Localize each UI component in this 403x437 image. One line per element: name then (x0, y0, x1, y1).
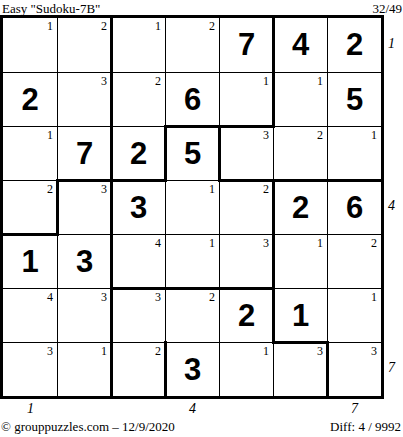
region-border-segment (272, 17, 275, 74)
region-border-segment (272, 287, 275, 344)
cell-r6c4[interactable]: 2 (165, 288, 219, 342)
region-border-segment (164, 287, 221, 290)
cell-r2c5[interactable]: 1 (219, 72, 273, 126)
cell-r1c7[interactable]: 2 (327, 18, 381, 72)
given-digit: 1 (3, 235, 57, 289)
cell-r5c7[interactable]: 2 (327, 234, 381, 288)
cell-r2c7[interactable]: 5 (327, 72, 381, 126)
given-digit: 4 (274, 18, 327, 72)
region-border-segment (218, 179, 275, 182)
candidate-count: 3 (101, 182, 107, 197)
cell-r7c3[interactable]: 2 (111, 342, 165, 396)
cell-r3c2[interactable]: 7 (57, 126, 111, 180)
cell-r7c7[interactable]: 3 (327, 342, 381, 396)
cell-r7c2[interactable]: 1 (57, 342, 111, 396)
cell-r1c1[interactable]: 1 (3, 18, 57, 72)
given-digit: 1 (274, 289, 327, 343)
candidate-count: 4 (155, 236, 161, 251)
region-border-segment (164, 125, 221, 128)
region-border-segment (218, 287, 275, 290)
region-border-segment (272, 179, 275, 236)
col-label-7: 7 (351, 401, 358, 417)
candidate-count: 1 (155, 19, 161, 34)
cell-r6c1[interactable]: 4 (3, 288, 57, 342)
candidate-count: 1 (371, 128, 377, 143)
candidate-count: 2 (155, 344, 161, 359)
puzzle-page: Easy "Sudoku-7B" 32/49 12127422326115172… (0, 0, 403, 437)
candidate-count: 2 (371, 236, 377, 251)
region-border-segment (56, 179, 113, 182)
cell-r1c3[interactable]: 1 (111, 18, 165, 72)
cell-r2c3[interactable]: 2 (111, 72, 165, 126)
given-digit: 2 (328, 18, 381, 72)
cell-r6c5[interactable]: 2 (219, 288, 273, 342)
candidate-count: 1 (263, 74, 269, 89)
region-border-segment (326, 341, 329, 398)
cell-r3c7[interactable]: 1 (327, 126, 381, 180)
cell-r3c6[interactable]: 2 (273, 126, 327, 180)
cell-r7c5[interactable]: 1 (219, 342, 273, 396)
cell-r4c7[interactable]: 6 (327, 180, 381, 234)
candidate-count: 1 (209, 236, 215, 251)
cell-r1c5[interactable]: 7 (219, 18, 273, 72)
region-border-segment (110, 17, 113, 74)
region-border-segment (110, 287, 167, 290)
given-digit: 5 (328, 73, 381, 127)
candidate-count: 1 (263, 344, 269, 359)
candidate-count: 2 (155, 74, 161, 89)
candidate-count: 1 (371, 290, 377, 305)
cell-r1c2[interactable]: 2 (57, 18, 111, 72)
cell-r3c3[interactable]: 2 (111, 126, 165, 180)
candidate-count: 1 (47, 128, 53, 143)
cell-r5c1[interactable]: 1 (3, 234, 57, 288)
candidate-count: 1 (101, 344, 107, 359)
candidate-count: 3 (155, 290, 161, 305)
cell-r4c1[interactable]: 2 (3, 180, 57, 234)
region-border-segment (272, 233, 275, 290)
row-label-4: 4 (388, 198, 395, 214)
region-border-segment (110, 179, 167, 182)
given-digit: 7 (220, 18, 273, 72)
region-border-segment (56, 179, 59, 236)
cell-r7c6[interactable]: 3 (273, 342, 327, 396)
cell-r2c1[interactable]: 2 (3, 72, 57, 126)
cell-r1c6[interactable]: 4 (273, 18, 327, 72)
cell-r3c4[interactable]: 5 (165, 126, 219, 180)
cell-r5c2[interactable]: 3 (57, 234, 111, 288)
cell-r3c5[interactable]: 3 (219, 126, 273, 180)
col-label-4: 4 (189, 401, 196, 417)
candidate-count: 3 (263, 128, 269, 143)
candidate-count: 3 (371, 344, 377, 359)
col-label-1: 1 (27, 401, 34, 417)
region-border-segment (218, 125, 275, 128)
cell-r6c6[interactable]: 1 (273, 288, 327, 342)
candidate-count: 2 (47, 182, 53, 197)
given-digit: 6 (166, 73, 219, 127)
candidate-count: 3 (317, 344, 323, 359)
candidate-count: 1 (317, 74, 323, 89)
cell-r7c1[interactable]: 3 (3, 342, 57, 396)
cell-r4c3[interactable]: 3 (111, 180, 165, 234)
cell-r4c4[interactable]: 1 (165, 180, 219, 234)
cell-r4c2[interactable]: 3 (57, 180, 111, 234)
given-digit: 3 (166, 343, 219, 397)
region-border-segment (2, 233, 59, 236)
region-border-segment (110, 71, 113, 128)
candidate-count: 3 (101, 290, 107, 305)
given-digit: 7 (58, 127, 111, 181)
cell-r2c4[interactable]: 6 (165, 72, 219, 126)
given-digit: 6 (328, 181, 381, 235)
region-border-segment (272, 71, 275, 128)
region-border-segment (164, 125, 167, 182)
candidate-count: 2 (263, 182, 269, 197)
cell-r2c2[interactable]: 3 (57, 72, 111, 126)
candidate-count: 1 (209, 182, 215, 197)
cell-r5c5[interactable]: 3 (219, 234, 273, 288)
candidate-count: 1 (317, 236, 323, 251)
candidate-count: 1 (47, 19, 53, 34)
given-digit: 3 (58, 235, 111, 289)
cell-r5c3[interactable]: 4 (111, 234, 165, 288)
candidate-count: 2 (209, 290, 215, 305)
region-border-segment (272, 341, 329, 344)
cell-r5c4[interactable]: 1 (165, 234, 219, 288)
region-border-segment (272, 179, 329, 182)
region-border-segment (110, 179, 113, 236)
candidate-count: 2 (209, 19, 215, 34)
footer-copyright: © grouppuzzles.com – 12/9/2020 (1, 419, 175, 435)
region-border-segment (218, 125, 221, 182)
row-label-7: 7 (388, 360, 395, 376)
cell-r4c5[interactable]: 2 (219, 180, 273, 234)
given-digit: 2 (274, 181, 327, 235)
candidate-count: 2 (101, 19, 107, 34)
sudoku-board[interactable]: 1212742232611517253212331226134131243322… (0, 15, 384, 399)
cell-r3c1[interactable]: 1 (3, 126, 57, 180)
region-border-segment (164, 341, 167, 398)
cell-r5c6[interactable]: 1 (273, 234, 327, 288)
given-digit: 5 (166, 127, 219, 181)
given-digit: 3 (112, 181, 165, 235)
cell-r7c4[interactable]: 3 (165, 342, 219, 396)
candidate-count: 3 (101, 74, 107, 89)
row-label-1: 1 (388, 36, 395, 52)
given-digit: 2 (220, 289, 273, 343)
given-digit: 2 (3, 73, 57, 127)
cell-r6c2[interactable]: 3 (57, 288, 111, 342)
candidate-count: 4 (47, 290, 53, 305)
given-digit: 2 (112, 127, 165, 181)
region-border-segment (110, 125, 113, 182)
cell-r4c6[interactable]: 2 (273, 180, 327, 234)
cell-r1c4[interactable]: 2 (165, 18, 219, 72)
region-border-segment (326, 179, 383, 182)
cell-r2c6[interactable]: 1 (273, 72, 327, 126)
candidate-count: 3 (47, 344, 53, 359)
cell-r6c7[interactable]: 1 (327, 288, 381, 342)
region-border-segment (110, 341, 113, 398)
footer-difficulty: Diff: 4 / 9992 (330, 419, 401, 435)
cell-r6c3[interactable]: 3 (111, 288, 165, 342)
candidate-count: 3 (263, 236, 269, 251)
region-border-segment (110, 233, 113, 290)
region-border-segment (110, 287, 113, 344)
candidate-count: 2 (317, 128, 323, 143)
